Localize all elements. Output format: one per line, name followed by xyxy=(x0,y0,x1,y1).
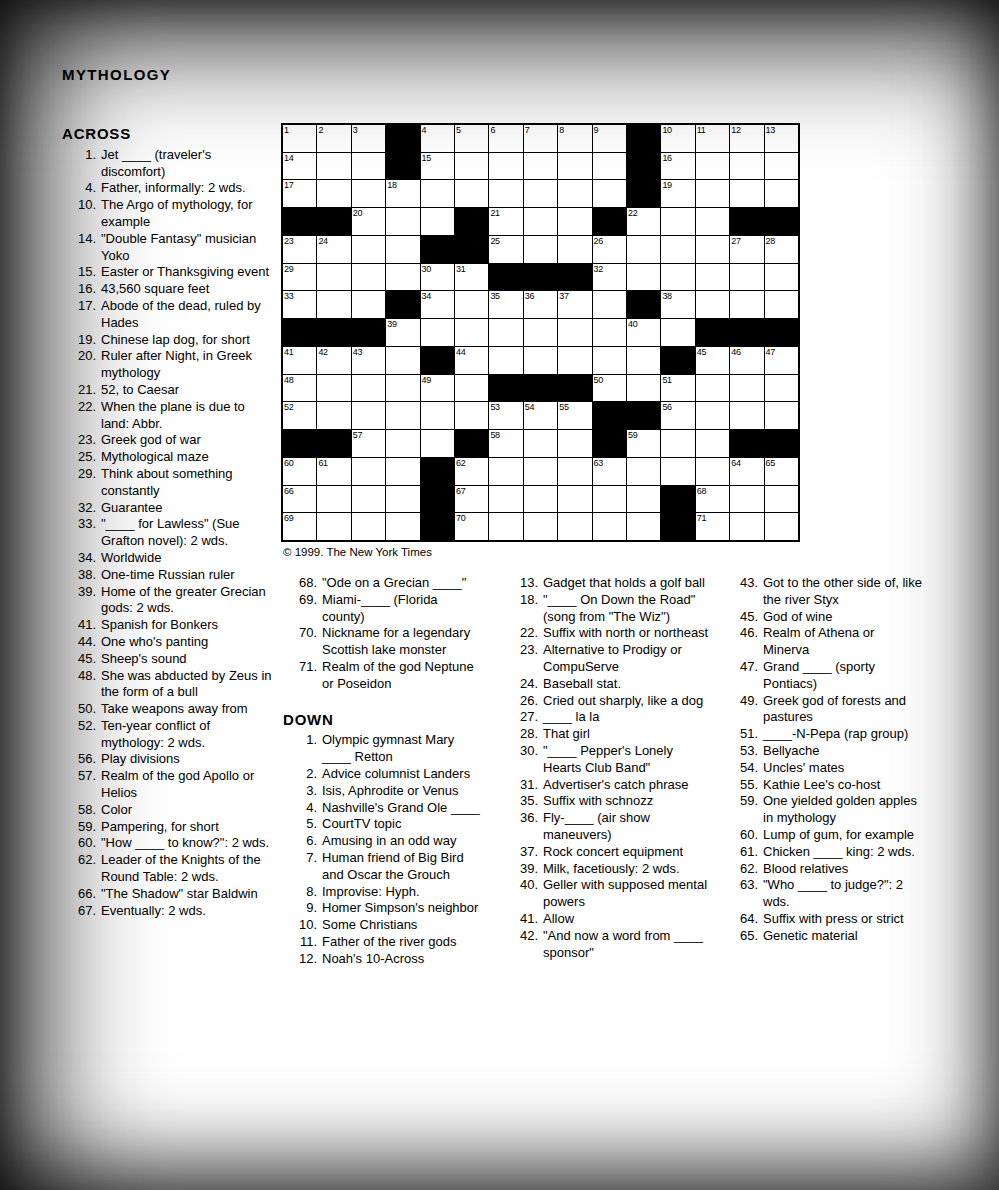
grid-cell[interactable]: 6 xyxy=(489,125,522,152)
grid-cell[interactable] xyxy=(627,264,660,291)
clue-number: 45. xyxy=(724,609,763,626)
clue-item: 44.One who's panting xyxy=(62,634,274,651)
grid-cell[interactable] xyxy=(661,458,694,485)
grid-cell[interactable] xyxy=(489,319,522,346)
grid-cell[interactable] xyxy=(352,458,385,485)
clue-text: "The Shadow" star Baldwin xyxy=(101,886,274,903)
grid-cell[interactable] xyxy=(489,513,522,540)
grid-cell[interactable]: 40 xyxy=(627,319,660,346)
grid-cell[interactable]: 65 xyxy=(765,458,798,485)
grid-cell[interactable] xyxy=(593,347,626,374)
grid-cell[interactable]: 29 xyxy=(283,264,316,291)
cell-number: 58 xyxy=(490,430,499,440)
grid-cell[interactable] xyxy=(696,153,729,180)
cell-number: 52 xyxy=(284,402,293,412)
grid-cell[interactable] xyxy=(696,236,729,263)
grid-cell[interactable]: 21 xyxy=(489,208,522,235)
black-square xyxy=(455,430,488,457)
grid-cell[interactable] xyxy=(765,264,798,291)
grid-cell[interactable] xyxy=(696,208,729,235)
grid-cell[interactable] xyxy=(558,430,591,457)
grid-cell[interactable] xyxy=(730,264,763,291)
grid-cell[interactable]: 49 xyxy=(421,375,454,402)
grid-cell[interactable] xyxy=(696,430,729,457)
black-square xyxy=(627,402,660,429)
clue-number: 49. xyxy=(724,693,763,727)
clue-item: 48.She was abducted by Zeus in the form … xyxy=(62,668,274,702)
grid-cell[interactable] xyxy=(558,347,591,374)
cell-number: 64 xyxy=(731,458,740,468)
grid-cell[interactable] xyxy=(352,291,385,318)
grid-cell[interactable] xyxy=(558,236,591,263)
grid-cell[interactable]: 10 xyxy=(661,125,694,152)
clue-number: 48. xyxy=(62,668,101,702)
grid-cell[interactable] xyxy=(627,375,660,402)
grid-cell[interactable] xyxy=(317,153,350,180)
grid-cell[interactable] xyxy=(661,430,694,457)
clue-item: 8.Improvise: Hyph. xyxy=(283,884,483,901)
grid-cell[interactable] xyxy=(524,319,557,346)
grid-cell[interactable]: 50 xyxy=(593,375,626,402)
black-square xyxy=(593,430,626,457)
grid-cell[interactable] xyxy=(765,402,798,429)
clue-item: 39.Home of the greater Grecian gods: 2 w… xyxy=(62,584,274,618)
grid-cell[interactable]: 17 xyxy=(283,180,316,207)
clue-item: 59.Pampering, for short xyxy=(62,819,274,836)
grid-cell[interactable] xyxy=(627,458,660,485)
cell-number: 12 xyxy=(731,125,740,135)
grid-cell[interactable] xyxy=(317,402,350,429)
grid-cell[interactable]: 8 xyxy=(558,125,591,152)
grid-cell[interactable] xyxy=(558,208,591,235)
clue-item: 17.Abode of the dead, ruled by Hades xyxy=(62,298,274,332)
clue-number: 28. xyxy=(504,726,543,743)
grid-cell[interactable]: 34 xyxy=(421,291,454,318)
black-square xyxy=(765,208,798,235)
cell-number: 57 xyxy=(353,430,362,440)
grid-cell[interactable]: 62 xyxy=(455,458,488,485)
clue-item: 34.Worldwide xyxy=(62,550,274,567)
cell-number: 18 xyxy=(387,180,396,190)
grid-cell[interactable] xyxy=(593,513,626,540)
clue-text: Suffix with schnozz xyxy=(543,793,710,810)
grid-cell[interactable] xyxy=(386,208,419,235)
grid-cell[interactable] xyxy=(730,180,763,207)
clue-item: 66."The Shadow" star Baldwin xyxy=(62,886,274,903)
cell-number: 41 xyxy=(284,347,293,357)
across-clues-column: ACROSS 1.Jet ____ (traveler's discomfort… xyxy=(62,126,274,919)
cell-number: 51 xyxy=(662,375,671,385)
grid-cell[interactable]: 59 xyxy=(627,430,660,457)
grid-cell[interactable] xyxy=(696,402,729,429)
grid-cell[interactable] xyxy=(352,236,385,263)
clue-text: Easter or Thanksgiving event xyxy=(101,264,274,281)
grid-cell[interactable] xyxy=(696,375,729,402)
clue-number: 65. xyxy=(724,928,763,945)
grid-cell[interactable] xyxy=(352,402,385,429)
grid-cell[interactable] xyxy=(765,291,798,318)
clue-text: "Who ____ to judge?": 2 wds. xyxy=(763,877,922,911)
grid-cell[interactable] xyxy=(352,153,385,180)
clue-number: 53. xyxy=(724,743,763,760)
grid-cell[interactable] xyxy=(730,291,763,318)
grid-cell[interactable]: 52 xyxy=(283,402,316,429)
grid-cell[interactable]: 4 xyxy=(421,125,454,152)
cell-number: 1 xyxy=(284,125,289,135)
grid-cell[interactable] xyxy=(558,486,591,513)
black-square xyxy=(730,319,763,346)
clue-item: 67.Eventually: 2 wds. xyxy=(62,903,274,920)
clue-number: 22. xyxy=(504,625,543,642)
grid-cell[interactable] xyxy=(765,153,798,180)
clue-text: She was abducted by Zeus in the form of … xyxy=(101,668,274,702)
grid-cell[interactable]: 58 xyxy=(489,430,522,457)
black-square xyxy=(386,291,419,318)
cell-number: 37 xyxy=(559,291,568,301)
clue-item: 35.Suffix with schnozz xyxy=(504,793,710,810)
grid-cell[interactable] xyxy=(489,153,522,180)
grid-cell[interactable]: 38 xyxy=(661,291,694,318)
black-square xyxy=(558,264,591,291)
grid-cell[interactable] xyxy=(489,486,522,513)
grid-cell[interactable]: 56 xyxy=(661,402,694,429)
clue-text: Grand ____ (sporty Pontiacs) xyxy=(763,659,922,693)
grid-cell[interactable] xyxy=(593,153,626,180)
grid-cell[interactable] xyxy=(455,180,488,207)
grid-cell[interactable] xyxy=(386,264,419,291)
clue-number: 61. xyxy=(724,844,763,861)
clue-text: That girl xyxy=(543,726,710,743)
grid-cell[interactable] xyxy=(696,458,729,485)
black-square xyxy=(455,236,488,263)
grid-cell[interactable]: 3 xyxy=(352,125,385,152)
clue-number: 1. xyxy=(62,147,101,181)
grid-cell[interactable]: 31 xyxy=(455,264,488,291)
grid-cell[interactable] xyxy=(558,319,591,346)
clue-text: 43,560 square feet xyxy=(101,281,274,298)
cell-number: 31 xyxy=(456,264,465,274)
clue-item: 64.Suffix with press or strict xyxy=(724,911,922,928)
black-square xyxy=(661,513,694,540)
grid-cell[interactable] xyxy=(455,153,488,180)
clue-text: Advertiser's catch phrase xyxy=(543,777,710,794)
clue-item: 43.Got to the other side of, like the ri… xyxy=(724,575,922,609)
across-clue-list: 1.Jet ____ (traveler's discomfort)4.Fath… xyxy=(62,147,274,920)
clue-item: 18."____ On Down the Road" (song from "T… xyxy=(504,592,710,626)
clue-item: 69.Miami-____ (Florida county) xyxy=(283,592,483,626)
clue-text: Allow xyxy=(543,911,710,928)
clue-number: 24. xyxy=(504,676,543,693)
clue-number: 60. xyxy=(724,827,763,844)
cell-number: 36 xyxy=(525,291,534,301)
cell-number: 60 xyxy=(284,458,293,468)
grid-cell[interactable]: 45 xyxy=(696,347,729,374)
grid-cell[interactable]: 22 xyxy=(627,208,660,235)
grid-cell[interactable]: 47 xyxy=(765,347,798,374)
grid-cell[interactable]: 14 xyxy=(283,153,316,180)
cell-number: 70 xyxy=(456,513,465,523)
clue-number: 9. xyxy=(283,900,322,917)
grid-cell[interactable] xyxy=(386,402,419,429)
grid-cell[interactable] xyxy=(524,236,557,263)
clue-number: 31. xyxy=(504,777,543,794)
grid-cell[interactable] xyxy=(524,347,557,374)
black-square xyxy=(317,208,350,235)
grid-cell[interactable] xyxy=(593,486,626,513)
grid-cell[interactable] xyxy=(661,236,694,263)
grid-cell[interactable] xyxy=(317,291,350,318)
grid-cell[interactable]: 7 xyxy=(524,125,557,152)
clue-text: Color xyxy=(101,802,274,819)
clue-text: Father, informally: 2 wds. xyxy=(101,180,274,197)
grid-cell[interactable]: 37 xyxy=(558,291,591,318)
grid-cell[interactable]: 5 xyxy=(455,125,488,152)
grid-cell[interactable] xyxy=(730,402,763,429)
grid-cell[interactable]: 1 xyxy=(283,125,316,152)
cell-number: 46 xyxy=(731,347,740,357)
grid-cell[interactable]: 51 xyxy=(661,375,694,402)
grid-cell[interactable] xyxy=(386,375,419,402)
grid-cell[interactable]: 16 xyxy=(661,153,694,180)
grid-cell[interactable] xyxy=(765,486,798,513)
grid-cell[interactable]: 13 xyxy=(765,125,798,152)
grid-cell[interactable] xyxy=(455,319,488,346)
grid-cell[interactable] xyxy=(489,180,522,207)
clue-text: Geller with supposed mental powers xyxy=(543,877,710,911)
clue-number: 45. xyxy=(62,651,101,668)
clue-text: Baseball stat. xyxy=(543,676,710,693)
cell-number: 10 xyxy=(662,125,671,135)
grid-cell[interactable] xyxy=(489,347,522,374)
grid-cell[interactable] xyxy=(317,180,350,207)
clue-text: Abode of the dead, ruled by Hades xyxy=(101,298,274,332)
grid-cell[interactable] xyxy=(765,375,798,402)
grid-cell[interactable]: 30 xyxy=(421,264,454,291)
grid-cell[interactable] xyxy=(730,513,763,540)
grid-cell[interactable]: 71 xyxy=(696,513,729,540)
grid-cell[interactable]: 9 xyxy=(593,125,626,152)
grid-cell[interactable]: 53 xyxy=(489,402,522,429)
black-square xyxy=(421,236,454,263)
clue-text: CourtTV topic xyxy=(322,816,483,833)
grid-cell[interactable]: 26 xyxy=(593,236,626,263)
grid-cell[interactable] xyxy=(317,486,350,513)
grid-cell[interactable]: 25 xyxy=(489,236,522,263)
grid-cell[interactable] xyxy=(730,375,763,402)
black-square xyxy=(489,264,522,291)
clue-item: 7.Human friend of Big Bird and Oscar the… xyxy=(283,850,483,884)
grid-cell[interactable] xyxy=(524,430,557,457)
grid-cell[interactable] xyxy=(730,486,763,513)
grid-cell[interactable] xyxy=(455,291,488,318)
grid-cell[interactable] xyxy=(386,347,419,374)
grid-cell[interactable] xyxy=(317,513,350,540)
clue-text: Take weapons away from xyxy=(101,701,274,718)
grid-cell[interactable] xyxy=(386,236,419,263)
grid-cell[interactable]: 69 xyxy=(283,513,316,540)
grid-cell[interactable] xyxy=(489,458,522,485)
clue-number: 16. xyxy=(62,281,101,298)
clue-number: 8. xyxy=(283,884,322,901)
grid-cell[interactable]: 41 xyxy=(283,347,316,374)
cell-number: 39 xyxy=(387,319,396,329)
cell-number: 69 xyxy=(284,513,293,523)
clue-item: 11.Father of the river gods xyxy=(283,934,483,951)
grid-cell[interactable] xyxy=(524,180,557,207)
grid-cell[interactable] xyxy=(386,430,419,457)
grid-cell[interactable]: 43 xyxy=(352,347,385,374)
grid-cell[interactable]: 68 xyxy=(696,486,729,513)
clue-text: Blood relatives xyxy=(763,861,922,878)
clue-text: Human friend of Big Bird and Oscar the G… xyxy=(322,850,483,884)
grid-cell[interactable]: 57 xyxy=(352,430,385,457)
grid-cell[interactable]: 61 xyxy=(317,458,350,485)
clue-text: "____ for Lawless" (Sue Grafton novel): … xyxy=(101,516,274,550)
clue-item: 58.Color xyxy=(62,802,274,819)
grid-cell[interactable] xyxy=(421,402,454,429)
clue-number: 23. xyxy=(504,642,543,676)
cell-number: 2 xyxy=(318,125,323,135)
clue-text: The Argo of mythology, for example xyxy=(101,197,274,231)
grid-cell[interactable]: 67 xyxy=(455,486,488,513)
grid-cell[interactable]: 60 xyxy=(283,458,316,485)
grid-cell[interactable] xyxy=(421,319,454,346)
clue-text: "How ____ to know?": 2 wds. xyxy=(101,835,274,852)
grid-cell[interactable] xyxy=(317,264,350,291)
grid-cell[interactable] xyxy=(524,208,557,235)
cell-number: 28 xyxy=(766,236,775,246)
grid-cell[interactable] xyxy=(593,319,626,346)
grid-cell[interactable] xyxy=(352,375,385,402)
grid-cell[interactable] xyxy=(386,513,419,540)
grid-cell[interactable]: 23 xyxy=(283,236,316,263)
black-square xyxy=(765,319,798,346)
grid-cell[interactable] xyxy=(765,513,798,540)
clue-text: Nashville's Grand Ole ____ xyxy=(322,800,483,817)
grid-cell[interactable] xyxy=(455,402,488,429)
grid-cell[interactable]: 12 xyxy=(730,125,763,152)
grid-cell[interactable]: 19 xyxy=(661,180,694,207)
grid-cell[interactable] xyxy=(593,180,626,207)
grid-cell[interactable] xyxy=(524,458,557,485)
cell-number: 6 xyxy=(490,125,495,135)
cell-number: 20 xyxy=(353,208,362,218)
grid-cell[interactable] xyxy=(386,458,419,485)
grid-cell[interactable]: 2 xyxy=(317,125,350,152)
clue-item: 60."How ____ to know?": 2 wds. xyxy=(62,835,274,852)
clue-item: 38.One-time Russian ruler xyxy=(62,567,274,584)
grid-cell[interactable]: 54 xyxy=(524,402,557,429)
grid-cell[interactable]: 44 xyxy=(455,347,488,374)
grid-cell[interactable] xyxy=(558,458,591,485)
grid-cell[interactable] xyxy=(627,513,660,540)
clue-item: 23.Alternative to Prodigy or CompuServe xyxy=(504,642,710,676)
grid-cell[interactable] xyxy=(558,153,591,180)
grid-cell[interactable]: 66 xyxy=(283,486,316,513)
grid-cell[interactable] xyxy=(593,291,626,318)
grid-cell[interactable]: 11 xyxy=(696,125,729,152)
grid-cell[interactable]: 15 xyxy=(421,153,454,180)
clue-item: 22.When the plane is due to land: Abbr. xyxy=(62,399,274,433)
grid-cell[interactable] xyxy=(558,180,591,207)
grid-cell[interactable]: 63 xyxy=(593,458,626,485)
grid-cell[interactable] xyxy=(696,180,729,207)
grid-cell[interactable]: 48 xyxy=(283,375,316,402)
grid-cell[interactable]: 39 xyxy=(386,319,419,346)
clue-item: 42."And now a word from ____ sponsor" xyxy=(504,928,710,962)
grid-cell[interactable] xyxy=(524,486,557,513)
clue-number: 50. xyxy=(62,701,101,718)
cell-number: 5 xyxy=(456,125,461,135)
clue-text: Sheep's sound xyxy=(101,651,274,668)
clue-item: 3.Isis, Aphrodite or Venus xyxy=(283,783,483,800)
grid-cell[interactable] xyxy=(352,264,385,291)
grid-cell[interactable] xyxy=(455,375,488,402)
grid-cell[interactable] xyxy=(317,375,350,402)
grid-cell[interactable] xyxy=(386,486,419,513)
grid-cell[interactable]: 33 xyxy=(283,291,316,318)
black-square xyxy=(661,486,694,513)
grid-cell[interactable]: 36 xyxy=(524,291,557,318)
clue-number: 43. xyxy=(724,575,763,609)
grid-cell[interactable] xyxy=(558,513,591,540)
grid-cell[interactable] xyxy=(627,236,660,263)
grid-cell[interactable] xyxy=(352,486,385,513)
grid-cell[interactable] xyxy=(421,180,454,207)
black-square xyxy=(386,153,419,180)
clue-item: 25.Mythological maze xyxy=(62,449,274,466)
clue-text: Jet ____ (traveler's discomfort) xyxy=(101,147,274,181)
grid-cell[interactable]: 42 xyxy=(317,347,350,374)
grid-cell[interactable]: 64 xyxy=(730,458,763,485)
grid-cell[interactable]: 20 xyxy=(352,208,385,235)
grid-cell[interactable] xyxy=(661,208,694,235)
grid-cell[interactable] xyxy=(421,430,454,457)
grid-cell[interactable] xyxy=(627,347,660,374)
clue-item: 71.Realm of the god Neptune or Poseidon xyxy=(283,659,483,693)
cell-number: 7 xyxy=(525,125,530,135)
grid-cell[interactable]: 55 xyxy=(558,402,591,429)
grid-cell[interactable]: 35 xyxy=(489,291,522,318)
grid-cell[interactable]: 24 xyxy=(317,236,350,263)
grid-cell[interactable]: 27 xyxy=(730,236,763,263)
grid-cell[interactable]: 46 xyxy=(730,347,763,374)
grid-cell[interactable]: 28 xyxy=(765,236,798,263)
clue-number: 33. xyxy=(62,516,101,550)
grid-cell[interactable]: 18 xyxy=(386,180,419,207)
grid-cell[interactable] xyxy=(352,513,385,540)
clue-number: 62. xyxy=(62,852,101,886)
grid-cell[interactable] xyxy=(524,513,557,540)
grid-cell[interactable] xyxy=(661,319,694,346)
cell-number: 55 xyxy=(559,402,568,412)
clue-text: Lump of gum, for example xyxy=(763,827,922,844)
grid-cell[interactable] xyxy=(730,153,763,180)
clue-item: 41.Allow xyxy=(504,911,710,928)
clue-number: 39. xyxy=(504,861,543,878)
clue-text: "____ On Down the Road" (song from "The … xyxy=(543,592,710,626)
grid-cell[interactable] xyxy=(627,486,660,513)
grid-cell[interactable] xyxy=(696,291,729,318)
grid-cell[interactable] xyxy=(421,208,454,235)
grid-cell[interactable] xyxy=(524,153,557,180)
grid-cell[interactable] xyxy=(352,180,385,207)
grid-cell[interactable] xyxy=(661,264,694,291)
grid-cell[interactable]: 70 xyxy=(455,513,488,540)
grid-cell[interactable] xyxy=(765,180,798,207)
grid-cell[interactable] xyxy=(696,264,729,291)
grid-cell[interactable]: 32 xyxy=(593,264,626,291)
